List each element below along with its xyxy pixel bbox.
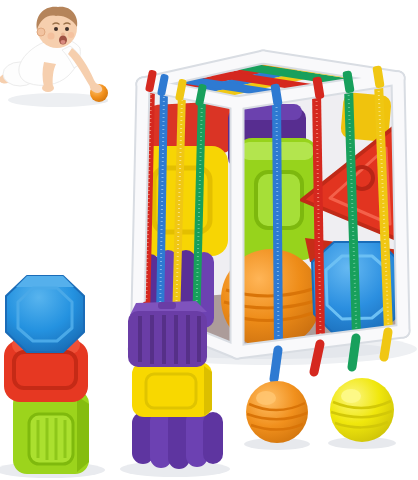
left-stack xyxy=(4,276,89,474)
baby-support-hand xyxy=(42,84,54,92)
yellow-ball-body xyxy=(330,378,394,442)
tail-green-right xyxy=(352,338,356,367)
baby-tongue xyxy=(61,40,66,44)
yellow-cube-side xyxy=(204,366,212,416)
left-stack-blue-octagon xyxy=(6,276,84,352)
green-cube-side xyxy=(77,396,89,472)
tail-blue-right xyxy=(274,350,278,379)
product-photo xyxy=(0,0,418,480)
baby-cheek-right xyxy=(68,32,74,38)
baby-eye-right xyxy=(65,27,69,31)
baby-cheek-left xyxy=(48,33,55,40)
orange-ball-highlight xyxy=(256,391,276,405)
orange-ball xyxy=(246,381,308,443)
baby-eye-left xyxy=(54,27,58,31)
baby xyxy=(0,7,108,107)
scene xyxy=(0,0,418,480)
baby-nose xyxy=(61,33,65,36)
tail-yellow-right xyxy=(384,332,388,357)
orange-ball-body xyxy=(246,381,308,443)
center-stack-purple-flower xyxy=(132,409,223,469)
baby-ear xyxy=(37,28,45,36)
center-stack-purple-cube xyxy=(128,301,207,367)
center-stack-yellow-cube xyxy=(132,362,212,417)
yellow-ball xyxy=(330,378,394,442)
purple-cube-handle xyxy=(158,302,176,309)
yellow-ball-highlight xyxy=(341,389,361,403)
flower-bump xyxy=(203,412,223,464)
left-stack-green-cube xyxy=(13,390,89,474)
tail-red-right xyxy=(314,344,320,372)
